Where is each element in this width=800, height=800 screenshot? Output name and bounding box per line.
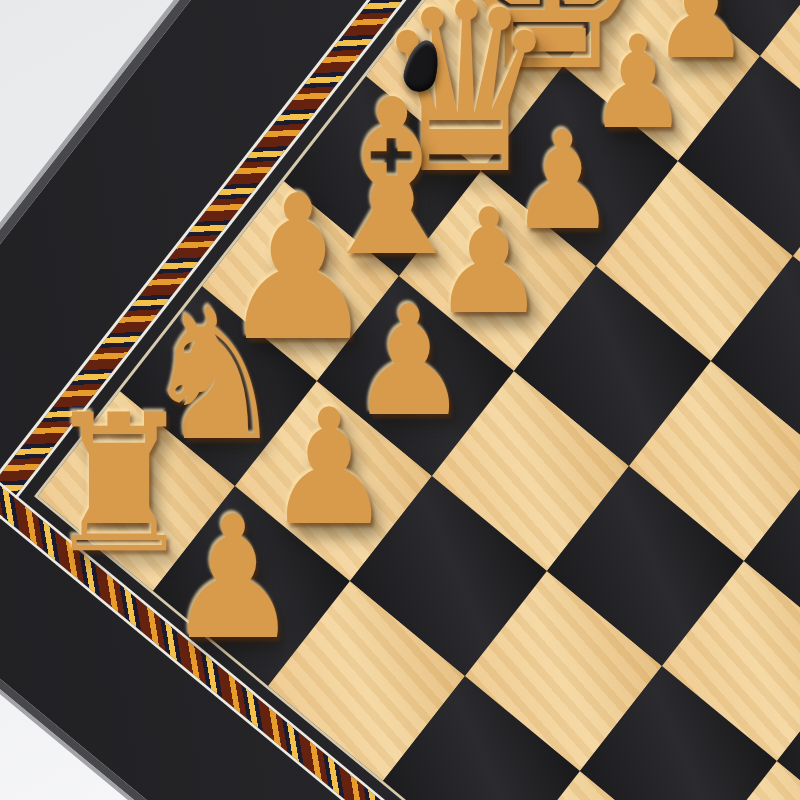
chess-board (38, 0, 800, 800)
photo-stage: ♜♞♟♝♛♚♟♟♟♟♟♟♟ (0, 0, 800, 800)
